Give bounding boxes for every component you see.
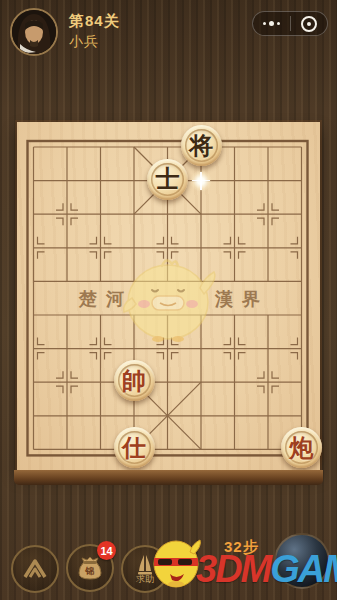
chevron-up-icon (21, 557, 49, 581)
close-circle-button[interactable] (291, 12, 328, 35)
praying-hands-icon (134, 554, 156, 576)
player-avatar[interactable] (10, 8, 58, 56)
more-options-button[interactable] (253, 12, 290, 35)
help-label: 求助 (136, 575, 154, 584)
bag-char: 锦 (85, 566, 95, 576)
player-name: 小兵 (69, 33, 99, 51)
piece-仕[interactable]: 仕 (114, 427, 155, 468)
bag-badge: 14 (97, 541, 116, 560)
level-title: 第84关 (69, 12, 120, 31)
circle-target-icon (301, 16, 317, 32)
app-root: 第84关 小兵 楚河 漢界 将士帥仕炮 (0, 0, 337, 600)
help-button[interactable]: 求助 (121, 545, 169, 593)
step-counter: 32步 (224, 538, 259, 557)
dark-stone-button[interactable] (274, 533, 330, 589)
more-dots-icon (263, 21, 280, 26)
piece-将[interactable]: 将 (181, 125, 222, 166)
xiangqi-board[interactable]: 楚河 漢界 将士帥仕炮 (17, 122, 320, 470)
avatar-portrait (12, 10, 56, 54)
river-label-right: 漢界 (215, 287, 269, 311)
miniprogram-capsule (252, 11, 328, 36)
piece-帥[interactable]: 帥 (114, 360, 155, 401)
river-label-left: 楚河 (79, 287, 133, 311)
piece-士[interactable]: 士 (147, 159, 188, 200)
collapse-button[interactable] (11, 545, 59, 593)
